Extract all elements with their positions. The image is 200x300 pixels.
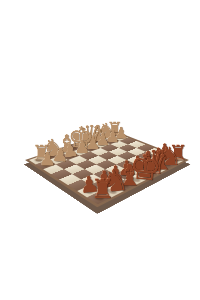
chess-board-grid: ♜♟♟♜♞♟♟♞♝♟♟♝♛♟♟♛♚♟♟♚♝♟♟♝♞♟♟♞♜♟♟♜ — [29, 132, 185, 205]
product-photo-chess-set: ♜♟♟♜♞♟♟♞♝♟♟♝♛♟♟♛♚♟♟♚♝♟♟♝♞♟♟♞♜♟♟♜ — [0, 0, 200, 300]
square-h8: ♜ — [87, 191, 111, 204]
chess-board: ♜♟♟♜♞♟♟♞♝♟♟♝♛♟♟♛♚♟♟♚♝♟♟♝♞♟♟♞♜♟♟♜ — [25, 130, 189, 207]
black-rook: ♜ — [91, 177, 108, 202]
